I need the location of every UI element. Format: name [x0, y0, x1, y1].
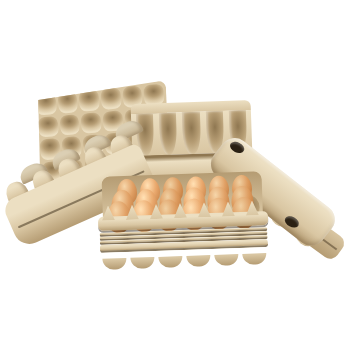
tray-cell [79, 89, 100, 111]
latch-hole-icon [283, 214, 301, 230]
tray-cell [59, 114, 80, 136]
tray-peak [197, 202, 211, 217]
tray-scallop [242, 253, 266, 265]
tray-bottom-scallops [102, 253, 266, 270]
tray-scallop [130, 257, 154, 269]
tray-peak [245, 200, 259, 215]
tray-scallop [186, 255, 210, 267]
tray-peak [221, 201, 235, 216]
egg-pocket [159, 113, 178, 156]
egg-carton-product-photo [0, 0, 350, 350]
tray-scallop [102, 258, 126, 270]
egg-tray-stack [96, 169, 269, 267]
tray-cell [100, 87, 121, 109]
tray-scallop [214, 254, 238, 266]
tray-cell [37, 115, 58, 137]
tray-cell [35, 93, 56, 115]
latch-hole-icon [228, 140, 246, 156]
tray-scallop [158, 256, 182, 268]
egg-pocket [182, 112, 201, 155]
tray-cell [81, 112, 102, 134]
tray-peak [173, 203, 187, 218]
tray-peak [102, 205, 116, 220]
tray-peak [149, 204, 163, 219]
tray-cell [57, 91, 78, 113]
tray-peak [126, 205, 140, 220]
